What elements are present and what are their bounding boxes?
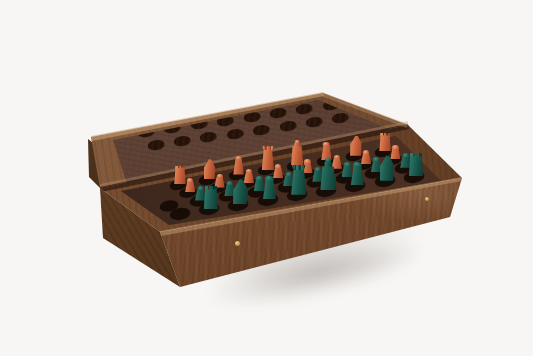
piece-part [380,155,394,180]
piece-part [350,136,361,156]
piece-green-knight [380,155,394,180]
piece-part [320,166,335,190]
piece-part [409,156,423,176]
brass-pin [425,197,429,201]
piece-orange-pawn [185,178,195,192]
piece-orange-bishop [233,156,244,174]
piece-part [263,180,276,199]
piece-orange-rook [379,133,390,151]
piece-green-rook [204,186,218,209]
piece-green-knight [233,179,247,204]
piece-orange-rook [174,166,185,184]
piece-part [291,170,306,195]
piece-green-rook [409,153,423,176]
piece-orange-knight [204,159,215,179]
piece-green-bishop [351,162,364,185]
piece-orange-knight [350,136,361,156]
piece-part [379,135,390,151]
piece-part [174,168,185,184]
piece-part [233,159,244,175]
piece-part [204,189,218,209]
chess-box-photo [0,0,533,356]
piece-part [204,159,215,179]
piece-green-bishop [263,176,276,199]
piece-part [351,166,364,185]
brass-pin [235,241,240,246]
piece-part [185,182,195,192]
piece-part [233,179,247,204]
piece-green-queen [291,165,306,195]
piece-green-king [320,158,335,190]
